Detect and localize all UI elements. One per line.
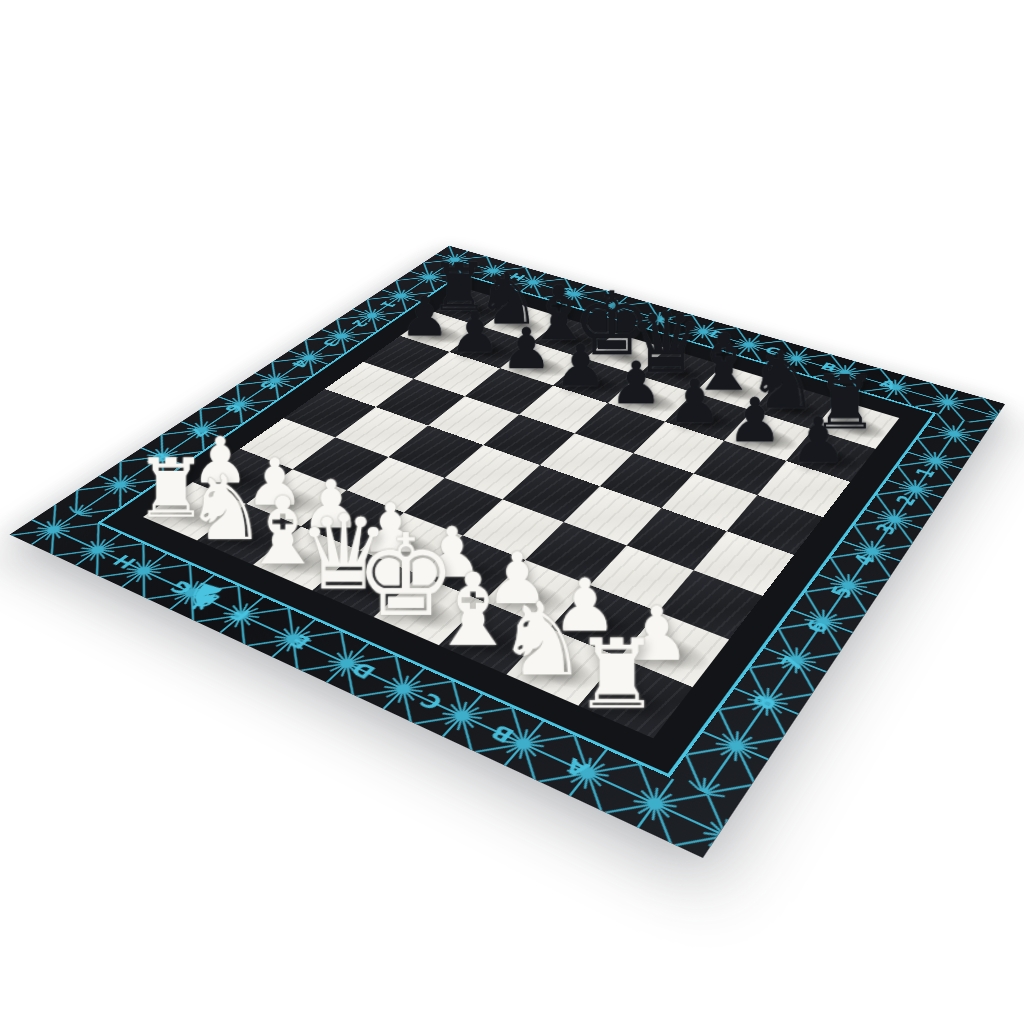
rank-label: 4 <box>287 358 312 369</box>
rank-label: 2 <box>892 493 921 508</box>
rank-label: 5 <box>254 379 280 391</box>
piece-black-pawn[interactable]: ♟ <box>668 374 722 431</box>
piece-black-pawn[interactable]: ♟ <box>610 356 663 412</box>
file-label: D <box>347 658 381 682</box>
file-label: A <box>877 378 899 392</box>
rank-label: 3 <box>318 337 343 348</box>
file-label: E <box>284 630 315 652</box>
file-label: F <box>225 603 256 624</box>
rank-label: 5 <box>826 583 858 601</box>
piece-black-pawn[interactable]: ♟ <box>450 307 500 360</box>
file-label: E <box>654 314 674 326</box>
piece-black-pawn[interactable]: ♟ <box>501 323 552 377</box>
file-label: G <box>554 286 576 297</box>
file-label: G <box>165 577 198 598</box>
rank-label: 2 <box>347 318 371 328</box>
file-label: B <box>486 720 520 746</box>
file-label: A <box>561 754 595 782</box>
rank-label: 3 <box>871 521 901 537</box>
rank-label: 1 <box>376 299 400 309</box>
rank-label: 4 <box>850 552 881 569</box>
file-label: D <box>706 329 729 342</box>
piece-black-pawn[interactable]: ♟ <box>728 392 783 450</box>
rank-label: 6 <box>802 617 835 636</box>
square-c5[interactable] <box>563 486 661 545</box>
piece-white-rook[interactable]: ♜ <box>573 630 659 721</box>
file-label: C <box>761 345 782 358</box>
piece-black-pawn[interactable]: ♟ <box>790 411 846 470</box>
piece-black-pawn[interactable]: ♟ <box>555 339 607 394</box>
file-label: H <box>506 272 528 283</box>
file-label: F <box>604 300 624 311</box>
rank-label: 6 <box>220 402 246 415</box>
rank-label: 1 <box>912 466 940 480</box>
rank-label: 7 <box>776 653 810 674</box>
file-label: B <box>818 361 840 374</box>
chess-mat: HGFEDCBA HGFEDCBA ♞ <box>10 246 1005 858</box>
scene: HGFEDCBA HGFEDCBA ♞ <box>0 0 1024 1024</box>
rank-label: 8 <box>748 692 783 714</box>
file-label: C <box>416 689 449 714</box>
file-label: H <box>109 551 142 571</box>
